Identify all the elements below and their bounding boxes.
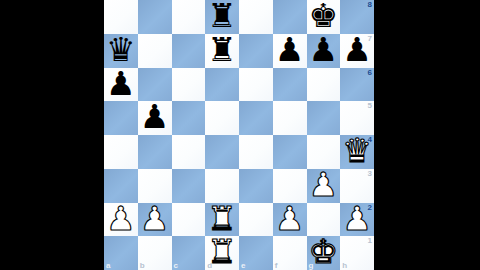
square-e3[interactable] xyxy=(239,169,273,203)
video-frame: ♜♚8♛♜♟♟♟7♟6♟5♛4♟3♟♟♜♟♟2abc♜def♚g1h xyxy=(0,0,480,270)
square-e6[interactable] xyxy=(239,68,273,102)
square-b4[interactable] xyxy=(138,135,172,169)
square-g2[interactable] xyxy=(307,203,341,237)
square-b1[interactable]: b xyxy=(138,236,172,270)
square-b8[interactable] xyxy=(138,0,172,34)
square-c3[interactable] xyxy=(172,169,206,203)
square-a8[interactable] xyxy=(104,0,138,34)
black-rook-d7[interactable]: ♜ xyxy=(207,33,237,67)
square-c8[interactable] xyxy=(172,0,206,34)
square-f5[interactable] xyxy=(273,101,307,135)
rank-label-2: 2 xyxy=(368,203,372,212)
square-c5[interactable] xyxy=(172,101,206,135)
square-a7[interactable]: ♛ xyxy=(104,34,138,68)
rank-label-5: 5 xyxy=(368,101,372,110)
square-h6[interactable]: 6 xyxy=(340,68,374,102)
black-pawn-g7[interactable]: ♟ xyxy=(309,33,339,67)
square-g1[interactable]: ♚g xyxy=(307,236,341,270)
square-f8[interactable] xyxy=(273,0,307,34)
square-e5[interactable] xyxy=(239,101,273,135)
square-h4[interactable]: ♛4 xyxy=(340,135,374,169)
square-e2[interactable] xyxy=(239,203,273,237)
square-e8[interactable] xyxy=(239,0,273,34)
chess-board[interactable]: ♜♚8♛♜♟♟♟7♟6♟5♛4♟3♟♟♜♟♟2abc♜def♚g1h xyxy=(104,0,374,270)
square-a1[interactable]: a xyxy=(104,236,138,270)
black-pawn-b5[interactable]: ♟ xyxy=(140,100,170,134)
square-b7[interactable] xyxy=(138,34,172,68)
square-b2[interactable]: ♟ xyxy=(138,203,172,237)
square-d3[interactable] xyxy=(205,169,239,203)
file-label-b: b xyxy=(140,261,145,270)
black-king-g8[interactable]: ♚ xyxy=(309,0,339,33)
file-label-h: h xyxy=(342,261,347,270)
square-c7[interactable] xyxy=(172,34,206,68)
file-label-e: e xyxy=(241,261,245,270)
square-g5[interactable] xyxy=(307,101,341,135)
white-pawn-b2[interactable]: ♟ xyxy=(140,202,170,236)
square-g4[interactable] xyxy=(307,135,341,169)
square-d4[interactable] xyxy=(205,135,239,169)
square-h2[interactable]: ♟2 xyxy=(340,203,374,237)
square-h3[interactable]: 3 xyxy=(340,169,374,203)
square-g7[interactable]: ♟ xyxy=(307,34,341,68)
rank-label-3: 3 xyxy=(368,169,372,178)
square-f1[interactable]: f xyxy=(273,236,307,270)
square-b3[interactable] xyxy=(138,169,172,203)
square-f4[interactable] xyxy=(273,135,307,169)
black-pawn-f7[interactable]: ♟ xyxy=(275,33,305,67)
white-pawn-g3[interactable]: ♟ xyxy=(309,168,339,202)
black-queen-a7[interactable]: ♛ xyxy=(106,33,136,67)
square-g6[interactable] xyxy=(307,68,341,102)
white-rook-d2[interactable]: ♜ xyxy=(207,202,237,236)
square-h7[interactable]: ♟7 xyxy=(340,34,374,68)
file-label-f: f xyxy=(275,261,278,270)
file-label-g: g xyxy=(309,261,314,270)
rank-label-6: 6 xyxy=(368,68,372,77)
square-c4[interactable] xyxy=(172,135,206,169)
square-e4[interactable] xyxy=(239,135,273,169)
file-label-d: d xyxy=(207,261,212,270)
square-d1[interactable]: ♜d xyxy=(205,236,239,270)
square-e7[interactable] xyxy=(239,34,273,68)
square-c2[interactable] xyxy=(172,203,206,237)
square-e1[interactable]: e xyxy=(239,236,273,270)
square-h1[interactable]: 1h xyxy=(340,236,374,270)
rank-label-4: 4 xyxy=(368,135,372,144)
square-d8[interactable]: ♜ xyxy=(205,0,239,34)
black-pawn-a6[interactable]: ♟ xyxy=(106,67,136,101)
square-g8[interactable]: ♚ xyxy=(307,0,341,34)
letterbox-left xyxy=(0,0,104,270)
file-label-a: a xyxy=(106,261,110,270)
square-a4[interactable] xyxy=(104,135,138,169)
square-d6[interactable] xyxy=(205,68,239,102)
square-a6[interactable]: ♟ xyxy=(104,68,138,102)
white-pawn-a2[interactable]: ♟ xyxy=(106,202,136,236)
square-h8[interactable]: 8 xyxy=(340,0,374,34)
square-d2[interactable]: ♜ xyxy=(205,203,239,237)
square-f7[interactable]: ♟ xyxy=(273,34,307,68)
square-f3[interactable] xyxy=(273,169,307,203)
letterbox-right xyxy=(374,0,480,270)
square-a5[interactable] xyxy=(104,101,138,135)
white-pawn-f2[interactable]: ♟ xyxy=(275,202,305,236)
square-b5[interactable]: ♟ xyxy=(138,101,172,135)
file-label-c: c xyxy=(174,261,178,270)
rank-label-8: 8 xyxy=(368,0,372,9)
black-rook-d8[interactable]: ♜ xyxy=(207,0,237,33)
square-c1[interactable]: c xyxy=(172,236,206,270)
square-g3[interactable]: ♟ xyxy=(307,169,341,203)
square-h5[interactable]: 5 xyxy=(340,101,374,135)
square-b6[interactable] xyxy=(138,68,172,102)
square-f6[interactable] xyxy=(273,68,307,102)
square-a2[interactable]: ♟ xyxy=(104,203,138,237)
square-c6[interactable] xyxy=(172,68,206,102)
square-d5[interactable] xyxy=(205,101,239,135)
square-d7[interactable]: ♜ xyxy=(205,34,239,68)
square-a3[interactable] xyxy=(104,169,138,203)
square-f2[interactable]: ♟ xyxy=(273,203,307,237)
rank-label-1: 1 xyxy=(368,236,372,245)
rank-label-7: 7 xyxy=(368,34,372,43)
